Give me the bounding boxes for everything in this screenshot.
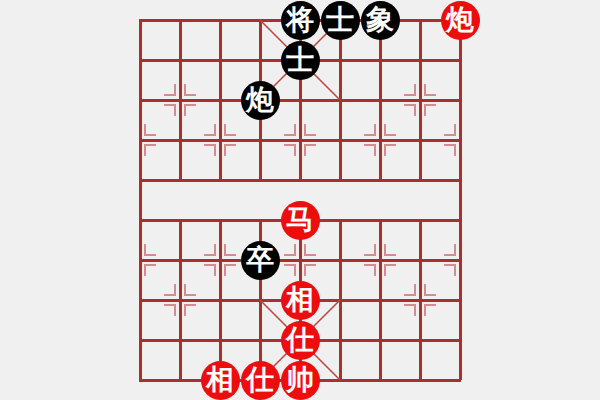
piece-red-advisor-2[interactable]: 仕 [241,361,280,400]
piece-black-elephant[interactable]: 象 [361,1,400,40]
piece-red-cannon[interactable]: 炮 [441,1,480,40]
pieces-layer: 将士象炮士炮马卒相仕相仕帅 [120,0,480,400]
piece-red-advisor-1[interactable]: 仕 [281,321,320,360]
xiangqi-screenshot: 将士象炮士炮马卒相仕相仕帅 [0,0,600,400]
piece-black-advisor-2[interactable]: 士 [281,41,320,80]
piece-red-horse[interactable]: 马 [281,201,320,240]
piece-black-soldier[interactable]: 卒 [241,241,280,280]
piece-red-elephant-2[interactable]: 相 [201,361,240,400]
piece-red-elephant-1[interactable]: 相 [281,281,320,320]
piece-black-general[interactable]: 将 [281,1,320,40]
piece-red-general[interactable]: 帅 [281,361,320,400]
piece-black-advisor-1[interactable]: 士 [321,1,360,40]
piece-black-cannon[interactable]: 炮 [241,81,280,120]
